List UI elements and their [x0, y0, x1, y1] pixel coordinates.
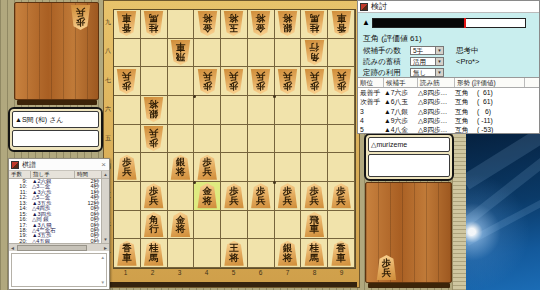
- star-point: [193, 95, 196, 98]
- analysis-row[interactable]: 次善手▲6八玉△8四歩…互角( 61): [358, 97, 539, 106]
- file-label: 4: [193, 269, 220, 279]
- board-cell[interactable]: [248, 153, 275, 182]
- board-cell[interactable]: [328, 211, 355, 240]
- board-cell[interactable]: [194, 96, 221, 125]
- status-text: 思考中: [456, 46, 479, 56]
- candidate-count-select[interactable]: 5手 ▼: [410, 46, 444, 55]
- shogi-piece[interactable]: 金将: [197, 183, 218, 208]
- board-cell[interactable]: 歩兵: [194, 153, 221, 182]
- shogi-piece[interactable]: 銀将: [277, 241, 298, 266]
- evaluation-gauge-row: ▲: [358, 18, 539, 29]
- analysis-table: 順位 候補手 読み筋 形勢 (評価値) 最善手▲7六歩△8四歩…互角( 61)次…: [358, 77, 539, 133]
- scroll-up-icon[interactable]: ▲: [101, 171, 109, 178]
- kifu-move-list: 9:▲2六銀2秒10:△3二金4秒11:▲3六歩1秒12:△5二金4秒13:▲3…: [9, 179, 101, 243]
- shogi-piece[interactable]: 歩兵: [223, 69, 244, 94]
- tatami-edge-strip: [452, 133, 466, 290]
- board-cell[interactable]: 香車: [328, 10, 355, 39]
- kifu-vertical-scrollbar[interactable]: ▼: [101, 179, 109, 243]
- shogi-piece[interactable]: 歩兵: [331, 69, 352, 94]
- star-point: [273, 181, 276, 184]
- joseki-use-select[interactable]: 無し ▼: [410, 68, 444, 77]
- shogi-piece[interactable]: 香車: [116, 241, 137, 266]
- gote-info-field: [368, 154, 450, 177]
- board-cell[interactable]: [168, 67, 195, 96]
- shogi-piece[interactable]: 歩兵: [70, 5, 91, 30]
- shogi-piece[interactable]: 歩兵: [250, 69, 271, 94]
- col-line: 読み筋: [418, 78, 455, 87]
- board-cell[interactable]: [141, 67, 168, 96]
- evaluation-bar: [372, 18, 526, 28]
- board-cell[interactable]: 歩兵: [221, 182, 248, 211]
- board-cell[interactable]: 桂馬: [141, 239, 168, 268]
- board-cell[interactable]: 玉将: [221, 10, 248, 39]
- sente-marker: ▲: [362, 19, 370, 27]
- board-cell[interactable]: 歩兵: [248, 182, 275, 211]
- board-field: 香車桂馬金将玉将金将銀将桂馬香車飛車角行歩兵歩兵歩兵歩兵歩兵歩兵歩兵銀将歩兵歩兵…: [113, 9, 356, 269]
- board-cell[interactable]: [168, 10, 195, 39]
- sente-name-field: ▲S間 (和) さん: [12, 111, 99, 128]
- close-icon[interactable]: ×: [101, 161, 106, 169]
- shogi-piece[interactable]: 飛車: [304, 212, 325, 237]
- kifu-window-title: 棋譜: [22, 160, 101, 170]
- desktop-wallpaper: [466, 133, 540, 290]
- file-label: 1: [112, 269, 139, 279]
- board-cell[interactable]: 銀将: [275, 239, 302, 268]
- board-cell[interactable]: [221, 96, 248, 125]
- board-cell[interactable]: 金将: [168, 211, 195, 240]
- board-cell[interactable]: [328, 153, 355, 182]
- board-cell[interactable]: [328, 96, 355, 125]
- board-cell[interactable]: [114, 96, 141, 125]
- board-cell[interactable]: [275, 153, 302, 182]
- shogi-piece[interactable]: 香車: [331, 241, 352, 266]
- board-cell[interactable]: [248, 211, 275, 240]
- shogi-piece[interactable]: 金将: [170, 212, 191, 237]
- shogi-piece[interactable]: 歩兵: [277, 183, 298, 208]
- wallpaper-beam: [466, 133, 540, 190]
- board-cell[interactable]: [141, 39, 168, 68]
- board-cell[interactable]: [221, 39, 248, 68]
- rank-label: 九: [104, 8, 112, 37]
- combo-arrow-icon[interactable]: ▼: [435, 58, 443, 65]
- board-cell[interactable]: 歩兵: [114, 153, 141, 182]
- shogi-piece[interactable]: 歩兵: [116, 69, 137, 94]
- board-cell[interactable]: 銀将: [275, 10, 302, 39]
- rank-label: 八: [104, 37, 112, 66]
- kifu-col-time: 時間: [75, 171, 93, 178]
- star-point: [273, 95, 276, 98]
- shogi-piece[interactable]: 桂馬: [304, 11, 325, 36]
- shogi-piece[interactable]: 歩兵: [304, 183, 325, 208]
- board-cell[interactable]: [301, 125, 328, 154]
- evaluation-bar-fill: [373, 19, 464, 27]
- board-cell[interactable]: 歩兵: [301, 67, 328, 96]
- board-cell[interactable]: 金将: [194, 10, 221, 39]
- board-cell[interactable]: [194, 39, 221, 68]
- kifu-horizontal-scrollbar[interactable]: ◄ ►: [9, 243, 109, 251]
- board-cell[interactable]: 香車: [114, 239, 141, 268]
- file-label: 8: [301, 269, 328, 279]
- board-cell[interactable]: 香車: [328, 239, 355, 268]
- shogi-piece[interactable]: 角行: [304, 40, 325, 65]
- shogi-piece[interactable]: 歩兵: [197, 155, 218, 180]
- star-point: [193, 181, 196, 184]
- board-cell[interactable]: [328, 125, 355, 154]
- shogi-piece[interactable]: 歩兵: [277, 69, 298, 94]
- col-evaluation: 形勢 (評価値): [455, 78, 525, 87]
- board-cell[interactable]: 金将: [194, 182, 221, 211]
- shogi-app: 香車桂馬金将玉将金将銀将桂馬香車飛車角行歩兵歩兵歩兵歩兵歩兵歩兵歩兵銀将歩兵歩兵…: [0, 0, 540, 290]
- board-cell[interactable]: 歩兵: [221, 67, 248, 96]
- shogi-piece[interactable]: 歩兵: [143, 183, 164, 208]
- shogi-piece[interactable]: 歩兵: [250, 183, 271, 208]
- shogi-piece[interactable]: 銀将: [170, 155, 191, 180]
- board-cell[interactable]: [114, 39, 141, 68]
- board-cell[interactable]: [275, 39, 302, 68]
- board-cell[interactable]: [114, 182, 141, 211]
- joseki-use-label: 定跡の利用: [363, 68, 410, 78]
- col-rank: 順位: [358, 78, 384, 87]
- board-cell[interactable]: [168, 182, 195, 211]
- board-cell[interactable]: 歩兵: [301, 182, 328, 211]
- shogi-piece[interactable]: 歩兵: [223, 183, 244, 208]
- board-cell[interactable]: [248, 239, 275, 268]
- shogi-piece[interactable]: 銀将: [143, 97, 164, 122]
- rank-label: 六: [104, 95, 112, 124]
- analysis-window: 検討 ▲ 互角 (評価値 61) 候補手の数 5手 ▼ 思考中 読みの蓄積 活用…: [357, 0, 540, 134]
- board-cell[interactable]: [114, 211, 141, 240]
- board-cell[interactable]: 歩兵: [275, 67, 302, 96]
- kifu-window-icon: [11, 161, 19, 169]
- scroll-left-icon[interactable]: ◄: [9, 245, 16, 251]
- scroll-down-icon[interactable]: ▼: [102, 236, 109, 243]
- file-labels: 123456789: [112, 269, 355, 279]
- board-cell[interactable]: 歩兵: [141, 125, 168, 154]
- board-cell[interactable]: [194, 125, 221, 154]
- sente-komadai-base: [17, 100, 97, 105]
- board-cell[interactable]: 桂馬: [301, 239, 328, 268]
- shogi-piece[interactable]: 歩兵: [331, 183, 352, 208]
- board-cell[interactable]: [168, 125, 195, 154]
- gote-komadai-base: [368, 283, 450, 288]
- board-cell[interactable]: 桂馬: [301, 10, 328, 39]
- kifu-column-headers: 手数 指し手 時間 ▲: [9, 171, 109, 179]
- kifu-titlebar[interactable]: 棋譜 ×: [9, 159, 109, 171]
- evaluation-bar-marker: [464, 18, 466, 28]
- board-cell[interactable]: [168, 239, 195, 268]
- candidate-count-label: 候補手の数: [363, 46, 410, 56]
- board-cell[interactable]: 飛車: [168, 39, 195, 68]
- combo-arrow-icon[interactable]: ▼: [435, 69, 443, 76]
- shogi-piece[interactable]: 歩兵: [304, 69, 325, 94]
- board-cell[interactable]: 歩兵: [194, 67, 221, 96]
- reading-accumulation-select[interactable]: 活用 ▼: [410, 57, 444, 66]
- board-cell[interactable]: [248, 39, 275, 68]
- shogi-piece[interactable]: 香車: [331, 11, 352, 36]
- shogi-piece[interactable]: 金将: [197, 11, 218, 36]
- board-cell[interactable]: [248, 125, 275, 154]
- sente-info-field: [12, 130, 99, 147]
- rank-label: 五: [104, 124, 112, 153]
- file-label: 5: [220, 269, 247, 279]
- board-cell[interactable]: [194, 211, 221, 240]
- board-cell[interactable]: [301, 153, 328, 182]
- file-label: 2: [139, 269, 166, 279]
- shogi-piece[interactable]: 銀将: [277, 11, 298, 36]
- file-label: 7: [274, 269, 301, 279]
- shogi-piece[interactable]: 飛車: [170, 40, 191, 65]
- shogi-piece[interactable]: 金将: [250, 11, 271, 36]
- board-cell[interactable]: [194, 239, 221, 268]
- board-cell[interactable]: 金将: [248, 10, 275, 39]
- analysis-table-header: 順位 候補手 読み筋 形勢 (評価値): [358, 78, 539, 88]
- kifu-col-move: 指し手: [31, 171, 75, 178]
- board-cell[interactable]: 歩兵: [248, 67, 275, 96]
- col-candidate: 候補手: [384, 78, 418, 87]
- scrollbar-thumb[interactable]: [17, 245, 87, 251]
- shogi-piece[interactable]: 桂馬: [143, 241, 164, 266]
- board-cell[interactable]: 歩兵: [328, 67, 355, 96]
- kifu-col-moveno: 手数: [9, 171, 31, 178]
- analysis-window-icon: [360, 3, 368, 11]
- col-filler: [525, 78, 539, 87]
- sente-hand: 歩兵: [70, 5, 91, 30]
- board-cell[interactable]: [301, 96, 328, 125]
- board-cell[interactable]: [221, 211, 248, 240]
- file-label: 6: [247, 269, 274, 279]
- scroll-right-icon[interactable]: ►: [102, 245, 109, 251]
- board-cell[interactable]: 王将: [221, 239, 248, 268]
- gote-player-panel: △murizeme: [364, 133, 454, 181]
- analysis-titlebar[interactable]: 検討: [358, 1, 539, 13]
- board-cell[interactable]: [114, 125, 141, 154]
- board-cell[interactable]: [248, 96, 275, 125]
- board-cell[interactable]: [275, 125, 302, 154]
- board-cell[interactable]: 歩兵: [328, 182, 355, 211]
- board-cell[interactable]: [141, 153, 168, 182]
- board-cell[interactable]: [221, 153, 248, 182]
- gote-hand: 歩兵: [376, 255, 397, 280]
- board-cell[interactable]: 銀将: [168, 153, 195, 182]
- analysis-row[interactable]: 3▲7八銀△8四歩…互角( 6): [358, 107, 539, 116]
- shogi-piece[interactable]: 歩兵: [197, 69, 218, 94]
- board-cell[interactable]: 歩兵: [141, 182, 168, 211]
- shogi-piece[interactable]: 角行: [143, 212, 164, 237]
- shogi-piece[interactable]: 玉将: [223, 11, 244, 36]
- shogi-piece[interactable]: 歩兵: [376, 255, 397, 280]
- board-cell[interactable]: 銀将: [141, 96, 168, 125]
- shogi-piece[interactable]: 桂馬: [143, 11, 164, 36]
- shogi-board: 香車桂馬金将玉将金将銀将桂馬香車飛車角行歩兵歩兵歩兵歩兵歩兵歩兵歩兵銀将歩兵歩兵…: [103, 0, 360, 288]
- comment-scroll-up-icon[interactable]: ▲: [101, 255, 105, 260]
- kifu-window: 棋譜 × 手数 指し手 時間 ▲ 9:▲2六銀2秒10:△3二金4秒11:▲3六…: [8, 158, 110, 290]
- board-cell[interactable]: 歩兵: [114, 67, 141, 96]
- board-cell[interactable]: [328, 39, 355, 68]
- shogi-piece[interactable]: 王将: [223, 241, 244, 266]
- analysis-row[interactable]: 最善手▲7六歩△8四歩…互角( 61): [358, 88, 539, 97]
- board-cell[interactable]: 角行: [301, 39, 328, 68]
- analysis-rows: 最善手▲7六歩△8四歩…互角( 61)次善手▲6八玉△8四歩…互角( 61)3▲…: [358, 88, 539, 133]
- analysis-row[interactable]: 5▲4八金△8四歩…互角( -53): [358, 125, 539, 133]
- file-label: 9: [328, 269, 355, 279]
- board-cell[interactable]: 飛車: [301, 211, 328, 240]
- board-cell[interactable]: [221, 125, 248, 154]
- gote-name-field: △murizeme: [368, 137, 450, 152]
- file-label: 3: [166, 269, 193, 279]
- kifu-comment-box[interactable]: ▲ ▼: [11, 253, 107, 287]
- evaluation-text: 互角 (評価値 61): [363, 33, 539, 44]
- board-base: [106, 282, 357, 287]
- board-cell[interactable]: 香車: [114, 10, 141, 39]
- analysis-window-title: 検討: [371, 1, 539, 12]
- board-cell[interactable]: 桂馬: [141, 10, 168, 39]
- engine-text: <Pro*>: [456, 57, 479, 66]
- board-cell[interactable]: 歩兵: [275, 182, 302, 211]
- shogi-piece[interactable]: 歩兵: [143, 126, 164, 151]
- reading-accumulation-label: 読みの蓄積: [363, 57, 410, 67]
- combo-arrow-icon[interactable]: ▼: [435, 47, 443, 54]
- board-cell[interactable]: 角行: [141, 211, 168, 240]
- board-cell[interactable]: [275, 211, 302, 240]
- analysis-row[interactable]: 4▲9六歩△8四歩…互角( -11): [358, 116, 539, 125]
- comment-scroll-down-icon[interactable]: ▼: [101, 280, 105, 285]
- sente-player-panel: ▲S間 (和) さん: [8, 107, 103, 152]
- board-cell[interactable]: [168, 96, 195, 125]
- board-cell[interactable]: [275, 96, 302, 125]
- rank-label: 七: [104, 66, 112, 95]
- shogi-piece[interactable]: 香車: [116, 11, 137, 36]
- shogi-piece[interactable]: 歩兵: [116, 155, 137, 180]
- shogi-piece[interactable]: 桂馬: [304, 241, 325, 266]
